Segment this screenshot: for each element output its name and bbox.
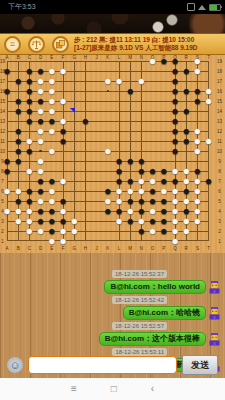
black-stone: ● [13, 106, 24, 116]
board-coordinate-label: 10 [0, 149, 7, 154]
white-stone: ● [35, 136, 46, 146]
board-coordinate-label: G [70, 246, 78, 251]
board-coordinate-label: 9 [216, 159, 224, 164]
chat-text-input[interactable] [28, 356, 177, 374]
smiley-icon: ☺ [9, 360, 20, 371]
black-stone: ● [102, 206, 113, 216]
board-coordinate-label: J [93, 246, 101, 251]
black-stone: ● [181, 66, 192, 76]
hamburger-icon: ≡ [10, 40, 15, 49]
game-info-line2: [1-27]原来是妳 9.1D VS 人工智能88 9.19D [74, 44, 198, 53]
pixel-person-avatar [209, 333, 220, 346]
chat-bubble: B@hi.com：这个版本很棒 [99, 332, 206, 347]
home-icon[interactable]: □ [111, 384, 117, 394]
board-coordinate-label: P [160, 246, 168, 251]
white-stone: ● [57, 236, 68, 246]
board-coordinate-label: 1 [0, 239, 7, 244]
board-coordinate-label: 1 [216, 239, 224, 244]
message-timestamp: 18-12-26 15:52:57 [112, 322, 167, 330]
white-stone: ● [1, 186, 12, 196]
black-stone: ● [24, 116, 35, 126]
board-coordinate-label: F [59, 55, 67, 60]
board-coordinate-label: 15 [0, 99, 7, 104]
chat-message-group: 18-12-26 15:52:37B@hi.com：hello world [0, 270, 225, 294]
message-timestamp: 18-12-26 15:52:42 [112, 296, 167, 304]
board-coordinate-label: 6 [216, 189, 224, 194]
white-stone: ● [57, 176, 68, 186]
board-coordinate-label: 15 [216, 99, 224, 104]
board-coordinate-label: D [37, 246, 45, 251]
scales-icon [32, 40, 41, 49]
white-stone: ● [113, 216, 124, 226]
black-stone: ● [1, 166, 12, 176]
black-stone: ● [192, 96, 203, 106]
white-stone: ● [24, 226, 35, 236]
white-stone: ● [46, 146, 57, 156]
board-coordinate-label: R [182, 55, 190, 60]
board-coordinate-label: 7 [0, 179, 7, 184]
board-coordinate-label: E [48, 55, 56, 60]
board-coordinate-label: 3 [0, 219, 7, 224]
game-info-line1: 步 : 212 黑: 提11 13:11 19 白: 提10 15:00 [74, 36, 198, 45]
board-coordinate-label: T [205, 55, 213, 60]
board-coordinate-label: 13 [216, 119, 224, 124]
pixel-person-avatar [209, 281, 220, 294]
board-coordinate-label: 17 [0, 79, 7, 84]
board-coordinate-label: 19 [0, 59, 7, 64]
board-coordinate-label: C [25, 246, 33, 251]
board-coordinate-label: 4 [216, 209, 224, 214]
white-stone: ● [192, 146, 203, 156]
white-stone: ● [35, 226, 46, 236]
white-stone: ● [13, 216, 24, 226]
board-coordinate-label: N [137, 246, 145, 251]
board-coordinate-label: A [3, 246, 11, 251]
wifi-icon [198, 5, 206, 10]
go-board[interactable]: AABBCCDDEEFFGGHHJJKKLLMMNNOOPPQQRRSSTT19… [0, 55, 225, 253]
android-nav-bar: ≡ □ ‹ [0, 378, 225, 400]
black-stone: ● [169, 146, 180, 156]
white-stone: ● [203, 96, 214, 106]
board-coordinate-label: 14 [0, 109, 7, 114]
board-coordinate-label: 5 [0, 199, 7, 204]
pixel-person-avatar [209, 307, 220, 320]
board-coordinate-label: 19 [216, 59, 224, 64]
white-stone: ● [181, 226, 192, 236]
board-coordinate-label: K [104, 246, 112, 251]
board-coordinate-label: M [126, 55, 134, 60]
board-coordinate-label: 10 [216, 149, 224, 154]
star-point [39, 150, 41, 152]
last-move-marker-triangle [70, 108, 75, 113]
board-coordinate-label: 11 [0, 139, 7, 144]
board-coordinate-label: 8 [216, 169, 224, 174]
board-coordinate-label: K [104, 55, 112, 60]
white-stone: ● [147, 56, 158, 66]
app-root: 下午3:53 ≡ [0, 0, 225, 400]
white-stone: ● [113, 76, 124, 86]
board-coordinate-label: 14 [216, 109, 224, 114]
board-coordinate-label: S [193, 246, 201, 251]
white-stone: ● [102, 146, 113, 156]
scales-button[interactable] [28, 36, 45, 53]
emoji-button[interactable]: ☺ [7, 357, 23, 373]
message-timestamp: 18-12-26 15:52:37 [112, 270, 167, 278]
chat-bubble: B@hi.com：哈哈镜 [123, 306, 206, 321]
white-stone: ● [24, 166, 35, 176]
black-stone: ● [1, 86, 12, 96]
go-stones-photo-banner [0, 14, 225, 33]
black-stone: ● [158, 226, 169, 236]
board-coordinate-label: H [81, 55, 89, 60]
board-coordinate-label: 11 [216, 139, 224, 144]
white-stone: ● [192, 66, 203, 76]
white-stone: ● [46, 236, 57, 246]
black-stone: ● [80, 116, 91, 126]
board-coordinate-label: G [70, 55, 78, 60]
black-stone: ● [158, 56, 169, 66]
white-stone: ● [102, 76, 113, 86]
overlapping-squares-icon [56, 40, 65, 49]
black-stone: ● [125, 216, 136, 226]
board-coordinate-label: L [115, 246, 123, 251]
black-stone: ● [24, 146, 35, 156]
board-coordinate-label: L [115, 55, 123, 60]
board-coordinate-label: 12 [216, 129, 224, 134]
white-stone: ● [57, 66, 68, 76]
white-stone: ● [147, 226, 158, 236]
board-coordinate-label: J [93, 55, 101, 60]
white-stone: ● [169, 236, 180, 246]
board-coordinate-label: 7 [216, 179, 224, 184]
board-coordinate-label: T [205, 246, 213, 251]
white-stone: ● [136, 76, 147, 86]
white-stone: ● [57, 96, 68, 106]
board-coordinate-label: M [126, 246, 134, 251]
board-coordinate-label: 12 [0, 129, 7, 134]
white-stone: ● [192, 216, 203, 226]
black-stone: ● [125, 86, 136, 96]
black-stone: ● [136, 226, 147, 236]
board-coordinate-label: B [14, 246, 22, 251]
screenshot-icon [187, 3, 195, 11]
black-stone: ● [181, 106, 192, 116]
chat-message-group: 18-12-26 15:52:42B@hi.com：哈哈镜 [0, 296, 225, 320]
send-button[interactable]: 发送 [182, 355, 218, 375]
board-coordinate-label: 2 [216, 229, 224, 234]
black-stone: ● [13, 76, 24, 86]
chat-bubble: B@hi.com：hello world [104, 280, 206, 295]
board-coordinate-label: 13 [0, 119, 7, 124]
board-coordinate-label: H [81, 246, 89, 251]
status-bar: 下午3:53 [0, 0, 225, 14]
moves-button[interactable] [52, 36, 69, 53]
black-stone: ● [125, 156, 136, 166]
white-stone: ● [69, 226, 80, 236]
chat-message-group: 18-12-26 15:52:57B@hi.com：这个版本很棒 [0, 322, 225, 346]
board-coordinate-label: R [182, 246, 190, 251]
game-header-bar: ≡ 步 : 212 黑: 提11 13:11 19 白: 提10 15:00 [0, 33, 225, 55]
white-stone: ● [46, 126, 57, 136]
menu-button[interactable]: ≡ [4, 36, 21, 53]
board-coordinate-label: 17 [216, 79, 224, 84]
board-coordinate-label: O [149, 246, 157, 251]
board-coordinate-label: 2 [0, 229, 7, 234]
white-stone: ● [1, 206, 12, 216]
board-coordinate-label: N [137, 55, 145, 60]
black-stone: ● [181, 136, 192, 146]
black-stone: ● [1, 66, 12, 76]
black-stone: ● [57, 136, 68, 146]
board-coordinate-label: B [14, 55, 22, 60]
game-info-text: 步 : 212 黑: 提11 13:11 19 白: 提10 15:00 [1-… [74, 36, 198, 53]
black-stone: ● [181, 86, 192, 96]
back-icon[interactable]: ‹ [151, 384, 154, 394]
board-coordinate-label: 16 [216, 89, 224, 94]
board-coordinate-label: 18 [216, 69, 224, 74]
battery-icon [209, 4, 221, 11]
board-coordinate-label: 5 [216, 199, 224, 204]
board-coordinate-label: C [25, 55, 33, 60]
board-coordinate-label: D [37, 55, 45, 60]
white-stone: ● [203, 136, 214, 146]
board-coordinate-label: 3 [216, 219, 224, 224]
black-stone: ● [13, 156, 24, 166]
chat-input-row: ☺ 发送 [0, 352, 225, 378]
black-stone: ● [203, 176, 214, 186]
recents-icon[interactable]: ≡ [71, 384, 77, 394]
clock-time: 下午3:53 [8, 2, 36, 12]
